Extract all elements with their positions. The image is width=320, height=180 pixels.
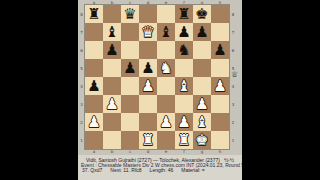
square-e6[interactable] xyxy=(157,41,175,59)
square-g3[interactable]: ♟ xyxy=(193,95,211,113)
coord-label: 5 xyxy=(78,59,85,77)
square-e7[interactable]: ♝ xyxy=(157,23,175,41)
white-king-piece[interactable]: ♚ xyxy=(195,131,208,149)
square-a6[interactable] xyxy=(85,41,103,59)
square-g2[interactable]: ♝ xyxy=(193,113,211,131)
square-d3[interactable] xyxy=(139,95,157,113)
square-d5[interactable]: ♟ xyxy=(139,59,157,77)
square-f5[interactable] xyxy=(175,59,193,77)
square-a3[interactable] xyxy=(85,95,103,113)
material-balance: Material: = xyxy=(181,168,204,173)
square-f3[interactable] xyxy=(175,95,193,113)
square-f7[interactable]: ♟ xyxy=(175,23,193,41)
square-c8[interactable]: ♛ xyxy=(121,5,139,23)
square-a8[interactable]: ♜ xyxy=(85,5,103,23)
square-b8[interactable] xyxy=(103,5,121,23)
coord-label: 8 xyxy=(229,5,237,23)
square-f1[interactable]: ♜ xyxy=(175,131,193,149)
white-pawn-piece[interactable]: ♟ xyxy=(159,113,172,131)
square-c5[interactable]: ♟ xyxy=(121,59,139,77)
square-h1[interactable] xyxy=(211,131,229,149)
coord-label: 1 xyxy=(229,131,237,149)
black-knight-piece[interactable]: ♞ xyxy=(177,41,190,59)
square-b4[interactable] xyxy=(103,77,121,95)
next-move: Next: 11. Rfc8 xyxy=(110,168,141,173)
black-queen-piece[interactable]: ♛ xyxy=(123,5,136,23)
square-c6[interactable] xyxy=(121,41,139,59)
square-d6[interactable] xyxy=(139,41,157,59)
video-frame: abcdefgh 87654321 ♜♛♜♚♝♛♝♟♟♟♞♟♟♟♞♟♟♝♟♟♟♟… xyxy=(0,0,320,180)
chess-board[interactable]: ♜♛♜♚♝♛♝♟♟♟♞♟♟♟♞♟♟♝♟♟♟♟♟♟♝♜♜♚ xyxy=(85,5,229,149)
white-pawn-piece[interactable]: ♟ xyxy=(141,77,154,95)
square-e5[interactable]: ♞ xyxy=(157,59,175,77)
square-g1[interactable]: ♚ xyxy=(193,131,211,149)
square-e2[interactable]: ♟ xyxy=(157,113,175,131)
black-pawn-piece[interactable]: ♟ xyxy=(213,41,226,59)
square-d2[interactable] xyxy=(139,113,157,131)
black-pawn-piece[interactable]: ♟ xyxy=(177,23,190,41)
square-a5[interactable] xyxy=(85,59,103,77)
coord-label: 7 xyxy=(229,23,237,41)
square-b7[interactable]: ♝ xyxy=(103,23,121,41)
square-h6[interactable]: ♟ xyxy=(211,41,229,59)
square-b2[interactable] xyxy=(103,113,121,131)
chess-panel: abcdefgh 87654321 ♜♛♜♚♝♛♝♟♟♟♞♟♟♟♞♟♟♝♟♟♟♟… xyxy=(78,0,242,180)
coord-label: 2 xyxy=(78,113,85,131)
coord-label: 4 xyxy=(78,77,85,95)
square-a7[interactable] xyxy=(85,23,103,41)
white-bishop-piece[interactable]: ♝ xyxy=(195,113,208,131)
square-c7[interactable] xyxy=(121,23,139,41)
square-g5[interactable] xyxy=(193,59,211,77)
square-h2[interactable] xyxy=(211,113,229,131)
square-f6[interactable]: ♞ xyxy=(175,41,193,59)
rank-labels-left: 87654321 xyxy=(78,5,85,149)
square-h5[interactable] xyxy=(211,59,229,77)
black-pawn-piece[interactable]: ♟ xyxy=(87,77,100,95)
white-bishop-piece[interactable]: ♝ xyxy=(177,77,190,95)
square-b5[interactable] xyxy=(103,59,121,77)
white-queen-piece[interactable]: ♛ xyxy=(141,23,154,41)
white-queen-marker-icon: ♕ xyxy=(231,70,238,79)
square-h3[interactable] xyxy=(211,95,229,113)
square-f4[interactable]: ♝ xyxy=(175,77,193,95)
square-d1[interactable]: ♜ xyxy=(139,131,157,149)
black-pawn-piece[interactable]: ♟ xyxy=(123,59,136,77)
square-c2[interactable] xyxy=(121,113,139,131)
black-rook-piece[interactable]: ♜ xyxy=(87,5,100,23)
white-rook-piece[interactable]: ♜ xyxy=(141,131,154,149)
square-d7[interactable]: ♛ xyxy=(139,23,157,41)
coord-label: 8 xyxy=(78,5,85,23)
square-g6[interactable] xyxy=(193,41,211,59)
black-bishop-piece[interactable]: ♝ xyxy=(105,23,118,41)
coord-label: 3 xyxy=(78,95,85,113)
white-pawn-piece[interactable]: ♟ xyxy=(195,95,208,113)
white-knight-piece[interactable]: ♞ xyxy=(159,59,172,77)
square-c4[interactable] xyxy=(121,77,139,95)
coord-label: 6 xyxy=(229,41,237,59)
black-bishop-piece[interactable]: ♝ xyxy=(159,23,172,41)
square-a2[interactable]: ♟ xyxy=(85,113,103,131)
game-length: Length: 46 xyxy=(150,168,174,173)
black-pawn-piece[interactable]: ♟ xyxy=(195,23,208,41)
square-b1[interactable] xyxy=(103,131,121,149)
square-g8[interactable]: ♚ xyxy=(193,5,211,23)
square-e8[interactable] xyxy=(157,5,175,23)
square-g7[interactable]: ♟ xyxy=(193,23,211,41)
square-e4[interactable] xyxy=(157,77,175,95)
square-h8[interactable] xyxy=(211,5,229,23)
square-a1[interactable] xyxy=(85,131,103,149)
square-b3[interactable]: ♟ xyxy=(103,95,121,113)
current-move: 37. Qxd7 xyxy=(82,168,102,173)
black-pawn-piece[interactable]: ♟ xyxy=(105,41,118,59)
coord-label: 6 xyxy=(78,41,85,59)
square-e1[interactable] xyxy=(157,131,175,149)
square-b6[interactable]: ♟ xyxy=(103,41,121,59)
square-h7[interactable] xyxy=(211,23,229,41)
white-rook-piece[interactable]: ♜ xyxy=(177,131,190,149)
coord-label: 2 xyxy=(229,113,237,131)
square-e3[interactable] xyxy=(157,95,175,113)
white-pawn-piece[interactable]: ♟ xyxy=(105,95,118,113)
black-rook-piece[interactable]: ♜ xyxy=(177,5,190,23)
black-pawn-piece[interactable]: ♟ xyxy=(141,59,154,77)
square-d8[interactable] xyxy=(139,5,157,23)
coord-label: 1 xyxy=(78,131,85,149)
move-info-line: 37. Qxd7 Next: 11. Rfc8 Length: 46 Mater… xyxy=(78,168,242,173)
square-c3[interactable] xyxy=(121,95,139,113)
square-f2[interactable]: ♟ xyxy=(175,113,193,131)
coord-label: 3 xyxy=(229,95,237,113)
black-king-piece[interactable]: ♚ xyxy=(195,5,208,23)
coord-label: 4 xyxy=(229,77,237,95)
coord-label: 7 xyxy=(78,23,85,41)
white-pawn-piece[interactable]: ♟ xyxy=(213,77,226,95)
square-g4[interactable] xyxy=(193,77,211,95)
square-f8[interactable]: ♜ xyxy=(175,5,193,23)
square-d4[interactable]: ♟ xyxy=(139,77,157,95)
game-info-footer: Vidit, Santosh Gujrathi (2727) — Toloche… xyxy=(78,155,242,180)
white-pawn-piece[interactable]: ♟ xyxy=(87,113,100,131)
square-c1[interactable] xyxy=(121,131,139,149)
square-h4[interactable]: ♟ xyxy=(211,77,229,95)
white-pawn-piece[interactable]: ♟ xyxy=(177,113,190,131)
square-a4[interactable]: ♟ xyxy=(85,77,103,95)
